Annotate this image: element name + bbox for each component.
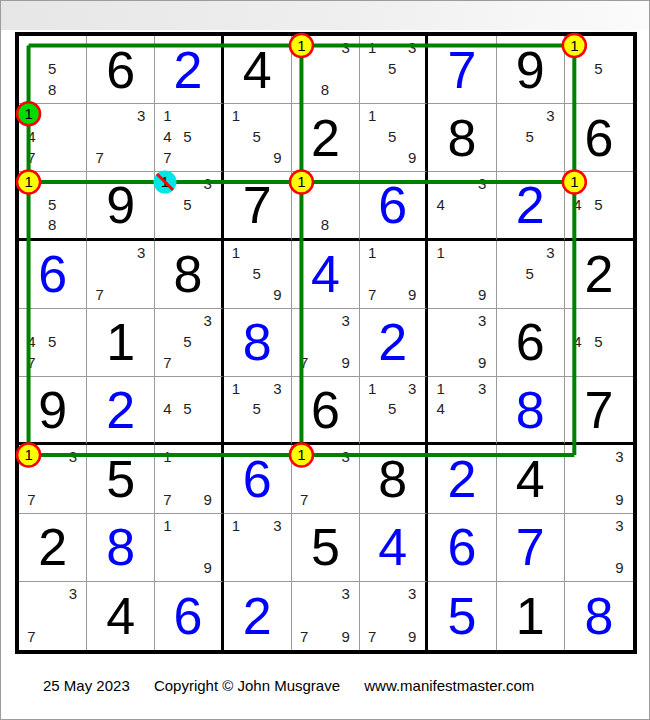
- candidate-1: 1: [362, 37, 382, 58]
- cell-r6c8[interactable]: 8: [497, 377, 565, 445]
- candidate-1: 1: [226, 242, 247, 263]
- solved-digit: 2: [87, 377, 154, 442]
- candidate-4: 4: [430, 194, 451, 214]
- solved-digit: 2: [428, 445, 495, 512]
- cell-r9c6[interactable]: 379: [360, 582, 428, 650]
- candidate-7: 7: [294, 626, 315, 647]
- candidate-7: 7: [294, 352, 315, 373]
- pencil-grid: 19: [155, 514, 220, 581]
- cell-r5c9[interactable]: 45: [565, 309, 633, 377]
- board-grid: 5862438135795473714571592159835658935786…: [19, 36, 633, 650]
- cell-r1c7[interactable]: 7: [428, 36, 496, 104]
- solved-digit: 6: [155, 582, 220, 650]
- candidate-7: 7: [21, 352, 42, 373]
- pencil-grid: 37: [19, 582, 86, 650]
- candidate-5: 5: [42, 58, 63, 79]
- cell-r4c1[interactable]: 6: [19, 241, 87, 309]
- pencil-grid: 37: [19, 445, 86, 512]
- pencil-grid: 47: [19, 104, 86, 171]
- cell-r3c8[interactable]: 2: [497, 172, 565, 240]
- candidate-3: 3: [402, 583, 422, 604]
- cell-r6c3[interactable]: 45: [155, 377, 223, 445]
- candidate-3: 3: [402, 37, 422, 58]
- given-digit: 2: [19, 514, 86, 581]
- cell-r1c4[interactable]: 4: [224, 36, 292, 104]
- candidate-3: 3: [335, 583, 356, 604]
- cell-r8c4[interactable]: 13: [224, 514, 292, 582]
- pencil-grid: 37: [87, 241, 154, 308]
- given-digit: 1: [497, 582, 564, 650]
- candidate-1: 1: [362, 378, 382, 398]
- candidate-3: 3: [335, 310, 356, 331]
- cell-r1c6[interactable]: 135: [360, 36, 428, 104]
- cell-r9c3[interactable]: 6: [155, 582, 223, 650]
- candidate-5: 5: [588, 58, 609, 79]
- solved-digit: 4: [360, 514, 425, 581]
- cell-r6c2[interactable]: 2: [87, 377, 155, 445]
- solved-digit: 8: [87, 514, 154, 581]
- given-digit: 8: [155, 241, 220, 308]
- solved-digit: 7: [428, 36, 495, 103]
- candidate-7: 7: [89, 284, 110, 305]
- cell-r2c6[interactable]: 159: [360, 104, 428, 172]
- candidate-1: 1: [430, 242, 451, 263]
- pencil-grid: 159: [360, 104, 425, 171]
- given-digit: 6: [497, 309, 564, 376]
- pencil-grid: 38: [292, 36, 359, 103]
- cell-r9c2[interactable]: 4: [87, 582, 155, 650]
- candidate-5: 5: [42, 194, 63, 214]
- solved-digit: 2: [497, 172, 564, 237]
- cell-r1c3[interactable]: 2: [155, 36, 223, 104]
- cell-r9c7[interactable]: 5: [428, 582, 496, 650]
- pencil-grid: 135: [224, 377, 291, 442]
- candidate-3: 3: [198, 173, 218, 193]
- given-digit: 7: [224, 172, 291, 237]
- cell-r7c6[interactable]: 8: [360, 445, 428, 513]
- candidate-1: 1: [362, 242, 382, 263]
- candidate-3: 3: [540, 105, 561, 126]
- candidate-5: 5: [178, 126, 198, 147]
- candidate-5: 5: [588, 194, 609, 214]
- candidate-8: 8: [315, 79, 336, 100]
- given-digit: 1: [87, 309, 154, 376]
- cell-r3c2[interactable]: 9: [87, 172, 155, 240]
- candidate-5: 5: [178, 399, 198, 419]
- cell-r3c4[interactable]: 7: [224, 172, 292, 240]
- pencil-grid: 35: [155, 172, 220, 237]
- candidate-3: 3: [472, 173, 493, 193]
- candidate-3: 3: [267, 378, 288, 398]
- candidate-4: 4: [567, 194, 588, 214]
- cell-r3c6[interactable]: 6: [360, 172, 428, 240]
- candidate-9: 9: [198, 557, 218, 578]
- cell-r6c1[interactable]: 9: [19, 377, 87, 445]
- candidate-7: 7: [157, 147, 177, 168]
- cell-r9c9[interactable]: 8: [565, 582, 633, 650]
- candidate-9: 9: [267, 284, 288, 305]
- pencil-grid: 134: [428, 377, 495, 442]
- pencil-grid: 135: [360, 377, 425, 442]
- cell-r4c5[interactable]: 4: [292, 241, 360, 309]
- pencil-grid: 39: [428, 309, 495, 376]
- cell-r1c9[interactable]: 5: [565, 36, 633, 104]
- cell-r1c5[interactable]: 38: [292, 36, 360, 104]
- cell-r6c7[interactable]: 134: [428, 377, 496, 445]
- candidate-4: 4: [157, 126, 177, 147]
- cell-r7c9[interactable]: 39: [565, 445, 633, 513]
- given-digit: 5: [87, 445, 154, 512]
- pencil-grid: 35: [497, 104, 564, 171]
- solved-digit: 2: [224, 582, 291, 650]
- solved-digit: 8: [565, 582, 633, 650]
- candidate-3: 3: [335, 446, 356, 467]
- cell-r4c7[interactable]: 19: [428, 241, 496, 309]
- cell-r5c2[interactable]: 1: [87, 309, 155, 377]
- candidate-9: 9: [472, 284, 493, 305]
- cell-r7c8[interactable]: 4: [497, 445, 565, 513]
- pencil-grid: 58: [19, 36, 86, 103]
- cell-r7c3[interactable]: 179: [155, 445, 223, 513]
- cell-r4c8[interactable]: 35: [497, 241, 565, 309]
- cell-r4c4[interactable]: 159: [224, 241, 292, 309]
- candidate-3: 3: [198, 310, 218, 331]
- candidate-9: 9: [198, 488, 218, 509]
- candidate-4: 4: [21, 126, 42, 147]
- pencil-grid: 13: [224, 514, 291, 581]
- page-frame: 5862438135795473714571592159835658935786…: [0, 0, 650, 720]
- candidate-8: 8: [42, 79, 63, 100]
- cell-r9c5[interactable]: 379: [292, 582, 360, 650]
- cell-r2c8[interactable]: 35: [497, 104, 565, 172]
- cell-r8c8[interactable]: 7: [497, 514, 565, 582]
- candidate-9: 9: [402, 626, 422, 647]
- cell-r2c2[interactable]: 37: [87, 104, 155, 172]
- cell-r6c9[interactable]: 7: [565, 377, 633, 445]
- candidate-9: 9: [335, 626, 356, 647]
- cell-r8c9[interactable]: 39: [565, 514, 633, 582]
- candidate-7: 7: [157, 352, 177, 373]
- footer-copyright: Copyright © John Musgrave: [154, 677, 340, 694]
- pencil-grid: 1457: [155, 104, 220, 171]
- candidate-9: 9: [335, 352, 356, 373]
- pencil-grid: 19: [428, 241, 495, 308]
- candidate-1: 1: [226, 515, 247, 536]
- candidate-5: 5: [246, 399, 267, 419]
- pencil-grid: 45: [155, 377, 220, 442]
- candidate-9: 9: [472, 352, 493, 373]
- footer-date: 25 May 2023: [43, 677, 130, 694]
- given-digit: 7: [565, 377, 633, 442]
- candidate-5: 5: [519, 263, 540, 284]
- candidate-7: 7: [21, 488, 42, 509]
- cell-r5c3[interactable]: 357: [155, 309, 223, 377]
- solved-digit: 8: [224, 309, 291, 376]
- candidate-3: 3: [609, 446, 630, 467]
- given-digit: 4: [87, 582, 154, 650]
- cell-r6c4[interactable]: 135: [224, 377, 292, 445]
- candidate-5: 5: [382, 58, 402, 79]
- candidate-7: 7: [21, 147, 42, 168]
- candidate-7: 7: [21, 626, 42, 647]
- cell-r9c4[interactable]: 2: [224, 582, 292, 650]
- pencil-grid: 179: [360, 241, 425, 308]
- candidate-5: 5: [178, 194, 198, 214]
- candidate-4: 4: [21, 331, 42, 352]
- cell-r5c6[interactable]: 2: [360, 309, 428, 377]
- candidate-8: 8: [315, 214, 336, 234]
- candidate-9: 9: [402, 147, 422, 168]
- candidate-1: 1: [430, 378, 451, 398]
- pencil-grid: 35: [497, 241, 564, 308]
- pencil-grid: 159: [224, 241, 291, 308]
- solved-digit: 6: [428, 514, 495, 581]
- sudoku-board: 5862438135795473714571592159835658935786…: [15, 32, 637, 654]
- cell-r2c4[interactable]: 159: [224, 104, 292, 172]
- cell-r6c6[interactable]: 135: [360, 377, 428, 445]
- pencil-grid: 34: [428, 172, 495, 237]
- candidate-1: 1: [157, 446, 177, 467]
- candidate-5: 5: [382, 126, 402, 147]
- pencil-grid: 379: [292, 582, 359, 650]
- candidate-7: 7: [362, 626, 382, 647]
- given-digit: 6: [87, 36, 154, 103]
- pencil-grid: 357: [155, 309, 220, 376]
- cell-r5c7[interactable]: 39: [428, 309, 496, 377]
- cell-r2c9[interactable]: 6: [565, 104, 633, 172]
- cell-r1c2[interactable]: 6: [87, 36, 155, 104]
- pencil-grid: 37: [87, 104, 154, 171]
- footer-site: www.manifestmaster.com: [364, 677, 534, 694]
- candidate-4: 4: [430, 399, 451, 419]
- cell-r1c8[interactable]: 9: [497, 36, 565, 104]
- given-digit: 9: [497, 36, 564, 103]
- cell-r7c5[interactable]: 37: [292, 445, 360, 513]
- candidate-3: 3: [402, 378, 422, 398]
- candidate-3: 3: [540, 242, 561, 263]
- cell-r9c1[interactable]: 37: [19, 582, 87, 650]
- candidate-3: 3: [472, 378, 493, 398]
- candidate-5: 5: [246, 263, 267, 284]
- cell-r5c5[interactable]: 379: [292, 309, 360, 377]
- cell-r8c2[interactable]: 8: [87, 514, 155, 582]
- cell-r7c2[interactable]: 5: [87, 445, 155, 513]
- candidate-5: 5: [178, 331, 198, 352]
- candidate-7: 7: [89, 147, 110, 168]
- pencil-grid: 58: [19, 172, 86, 237]
- candidate-7: 7: [157, 488, 177, 509]
- cell-r8c7[interactable]: 6: [428, 514, 496, 582]
- given-digit: 9: [87, 172, 154, 237]
- candidate-8: 8: [42, 214, 63, 234]
- candidate-3: 3: [131, 105, 152, 126]
- solved-digit: 8: [497, 377, 564, 442]
- solved-digit: 2: [155, 36, 220, 103]
- candidate-9: 9: [402, 284, 422, 305]
- candidate-4: 4: [157, 399, 177, 419]
- footer: 25 May 2023 Copyright © John Musgrave ww…: [43, 677, 554, 694]
- candidate-5: 5: [519, 126, 540, 147]
- cell-r7c4[interactable]: 6: [224, 445, 292, 513]
- pencil-grid: 39: [565, 514, 633, 581]
- pencil-grid: 5: [565, 36, 633, 103]
- cell-r3c9[interactable]: 45: [565, 172, 633, 240]
- pencil-grid: 37: [292, 445, 359, 512]
- candidate-9: 9: [267, 147, 288, 168]
- candidate-3: 3: [335, 37, 356, 58]
- cell-r4c3[interactable]: 8: [155, 241, 223, 309]
- given-digit: 9: [19, 377, 86, 442]
- cell-r2c3[interactable]: 1457: [155, 104, 223, 172]
- cell-r4c2[interactable]: 37: [87, 241, 155, 309]
- solved-digit: 5: [428, 582, 495, 650]
- given-digit: 4: [497, 445, 564, 512]
- cell-r8c3[interactable]: 19: [155, 514, 223, 582]
- candidate-9: 9: [609, 488, 630, 509]
- cell-r2c1[interactable]: 47: [19, 104, 87, 172]
- given-digit: 4: [224, 36, 291, 103]
- candidate-9: 9: [609, 557, 630, 578]
- cell-r3c7[interactable]: 34: [428, 172, 496, 240]
- given-digit: 8: [428, 104, 495, 171]
- cell-r3c3[interactable]: 35: [155, 172, 223, 240]
- solved-digit: 6: [360, 172, 425, 237]
- cell-r5c1[interactable]: 457: [19, 309, 87, 377]
- cell-r6c5[interactable]: 6: [292, 377, 360, 445]
- given-digit: 6: [292, 377, 359, 442]
- given-digit: 2: [292, 104, 359, 171]
- pencil-grid: 159: [224, 104, 291, 171]
- given-digit: 5: [292, 514, 359, 581]
- candidate-1: 1: [226, 105, 247, 126]
- given-digit: 8: [360, 445, 425, 512]
- cell-r9c8[interactable]: 1: [497, 582, 565, 650]
- candidate-5: 5: [246, 126, 267, 147]
- candidate-4: 4: [567, 331, 588, 352]
- cell-r3c5[interactable]: 8: [292, 172, 360, 240]
- cell-r4c9[interactable]: 2: [565, 241, 633, 309]
- cell-r7c7[interactable]: 2: [428, 445, 496, 513]
- candidate-1: 1: [157, 515, 177, 536]
- candidate-3: 3: [62, 583, 83, 604]
- pencil-grid: 8: [292, 172, 359, 237]
- cell-r3c1[interactable]: 58: [19, 172, 87, 240]
- candidate-7: 7: [294, 488, 315, 509]
- candidate-1: 1: [157, 105, 177, 126]
- pencil-grid: 379: [360, 582, 425, 650]
- candidate-3: 3: [609, 515, 630, 536]
- cell-r4c6[interactable]: 179: [360, 241, 428, 309]
- pencil-grid: 457: [19, 309, 86, 376]
- candidate-7: 7: [362, 284, 382, 305]
- candidate-3: 3: [472, 310, 493, 331]
- pencil-grid: 135: [360, 36, 425, 103]
- candidate-1: 1: [362, 105, 382, 126]
- solved-digit: 4: [292, 241, 359, 308]
- pencil-grid: 45: [565, 172, 633, 237]
- given-digit: 2: [565, 241, 633, 308]
- cell-r5c4[interactable]: 8: [224, 309, 292, 377]
- pencil-grid: 45: [565, 309, 633, 376]
- cell-r8c1[interactable]: 2: [19, 514, 87, 582]
- cell-r1c1[interactable]: 58: [19, 36, 87, 104]
- pencil-grid: 179: [155, 445, 220, 512]
- candidate-3: 3: [267, 515, 288, 536]
- given-digit: 6: [565, 104, 633, 171]
- candidate-5: 5: [382, 399, 402, 419]
- candidate-5: 5: [588, 331, 609, 352]
- solved-digit: 6: [19, 241, 86, 308]
- cell-r2c7[interactable]: 8: [428, 104, 496, 172]
- candidate-3: 3: [131, 242, 152, 263]
- cell-r2c5[interactable]: 2: [292, 104, 360, 172]
- candidate-5: 5: [42, 331, 63, 352]
- candidate-3: 3: [62, 446, 83, 467]
- solved-digit: 2: [360, 309, 425, 376]
- cell-r8c5[interactable]: 5: [292, 514, 360, 582]
- cell-r7c1[interactable]: 37: [19, 445, 87, 513]
- cell-r8c6[interactable]: 4: [360, 514, 428, 582]
- pencil-grid: 379: [292, 309, 359, 376]
- pencil-grid: 39: [565, 445, 633, 512]
- window-top-bar: [1, 1, 649, 30]
- solved-digit: 7: [497, 514, 564, 581]
- solved-digit: 6: [224, 445, 291, 512]
- candidate-1: 1: [226, 378, 247, 398]
- cell-r5c8[interactable]: 6: [497, 309, 565, 377]
